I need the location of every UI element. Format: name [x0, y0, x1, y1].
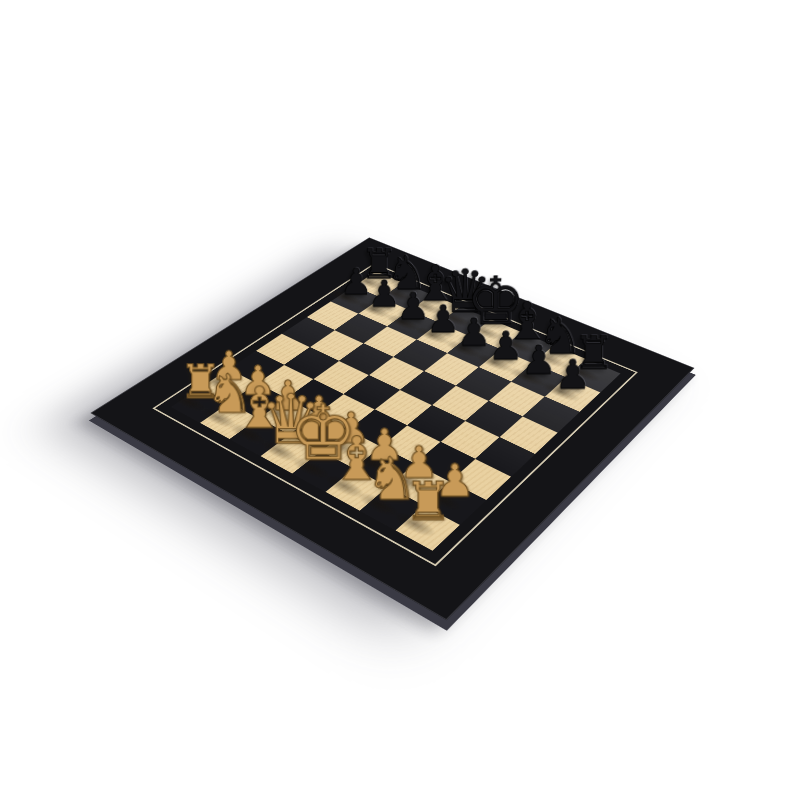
chessboard: ♜♞♝♛♚♝♞♜♟♟♟♟♟♟♟♟♟♟♟♟♟♟♟♟♜♞♝♛♚♝♞♜: [90, 238, 694, 621]
square-h5[interactable]: [500, 417, 558, 455]
photo-scene: ♜♞♝♛♚♝♞♜♟♟♟♟♟♟♟♟♟♟♟♟♟♟♟♟♜♞♝♛♚♝♞♜: [0, 0, 800, 800]
piece-black-pawn-h7[interactable]: ♟: [533, 354, 613, 394]
piece-white-rook-h1[interactable]: ♜: [382, 475, 474, 528]
